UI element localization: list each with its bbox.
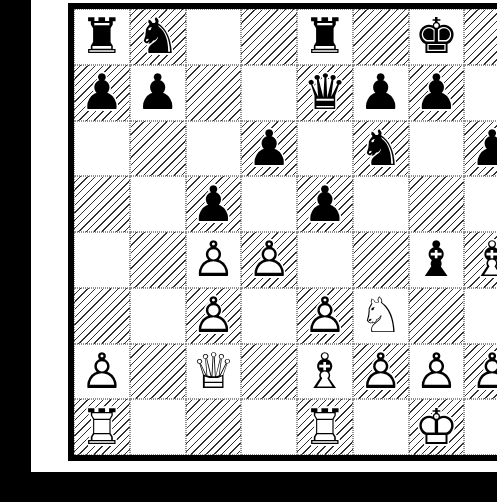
black-rook: ♜♜: [74, 9, 130, 65]
square-h8[interactable]: [464, 9, 497, 65]
black-pawn: ♟♟: [186, 176, 242, 232]
square-a6[interactable]: [74, 121, 130, 177]
square-h1[interactable]: [464, 399, 497, 455]
black-pawn: ♟♟: [74, 65, 130, 121]
square-h7[interactable]: [464, 65, 497, 121]
square-f6[interactable]: ♞♞: [353, 121, 409, 177]
square-d5[interactable]: [241, 176, 297, 232]
square-c6[interactable]: [186, 121, 242, 177]
square-d7[interactable]: [241, 65, 297, 121]
white-pawn: ♟♙: [241, 232, 297, 288]
white-bishop: ♝♗: [297, 344, 353, 400]
square-a7[interactable]: ♟♟: [74, 65, 130, 121]
black-pawn: ♟♟: [464, 121, 497, 177]
chess-board: ♜♜♞♞♜♜♚♚♟♟♟♟♛♛♟♟♟♟♟♟♞♞♟♟♟♟♟♟♟♙♟♙♝♝♝♗♟♙♟♙…: [74, 9, 497, 455]
square-c2[interactable]: ♛♕: [186, 344, 242, 400]
black-queen: ♛♛: [297, 65, 353, 121]
white-queen: ♛♕: [186, 344, 242, 400]
white-pawn: ♟♙: [74, 344, 130, 400]
black-king: ♚♚: [409, 9, 465, 65]
square-e2[interactable]: ♝♗: [297, 344, 353, 400]
square-b6[interactable]: [130, 121, 186, 177]
black-pawn: ♟♟: [130, 65, 186, 121]
square-e7[interactable]: ♛♛: [297, 65, 353, 121]
white-pawn: ♟♙: [186, 232, 242, 288]
white-bishop: ♝♗: [464, 232, 497, 288]
square-a8[interactable]: ♜♜: [74, 9, 130, 65]
black-pawn: ♟♟: [409, 65, 465, 121]
square-d1[interactable]: [241, 399, 297, 455]
square-h2[interactable]: ♟♙: [464, 344, 497, 400]
square-h6[interactable]: ♟♟: [464, 121, 497, 177]
square-e8[interactable]: ♜♜: [297, 9, 353, 65]
white-knight: ♞♘: [353, 288, 409, 344]
square-b7[interactable]: ♟♟: [130, 65, 186, 121]
board-sheet: ♜♜♞♞♜♜♚♚♟♟♟♟♛♛♟♟♟♟♟♟♞♞♟♟♟♟♟♟♟♙♟♙♝♝♝♗♟♙♟♙…: [31, 0, 497, 472]
square-f4[interactable]: [353, 232, 409, 288]
square-g8[interactable]: ♚♚: [409, 9, 465, 65]
square-b8[interactable]: ♞♞: [130, 9, 186, 65]
square-c3[interactable]: ♟♙: [186, 288, 242, 344]
black-pawn: ♟♟: [241, 121, 297, 177]
square-d4[interactable]: ♟♙: [241, 232, 297, 288]
white-pawn: ♟♙: [353, 344, 409, 400]
square-c1[interactable]: [186, 399, 242, 455]
square-c8[interactable]: [186, 9, 242, 65]
square-a2[interactable]: ♟♙: [74, 344, 130, 400]
square-a5[interactable]: [74, 176, 130, 232]
white-pawn: ♟♙: [409, 344, 465, 400]
square-g6[interactable]: [409, 121, 465, 177]
square-f2[interactable]: ♟♙: [353, 344, 409, 400]
black-bishop: ♝♝: [409, 232, 465, 288]
black-pawn: ♟♟: [353, 65, 409, 121]
white-pawn: ♟♙: [297, 288, 353, 344]
square-f8[interactable]: [353, 9, 409, 65]
square-f7[interactable]: ♟♟: [353, 65, 409, 121]
square-a3[interactable]: [74, 288, 130, 344]
square-b4[interactable]: [130, 232, 186, 288]
square-h3[interactable]: [464, 288, 497, 344]
square-e5[interactable]: ♟♟: [297, 176, 353, 232]
diagram-background: { "game": "chess", "diagram_kind": "prin…: [0, 0, 497, 502]
square-e4[interactable]: [297, 232, 353, 288]
square-h4[interactable]: ♝♗: [464, 232, 497, 288]
square-c7[interactable]: [186, 65, 242, 121]
square-h5[interactable]: [464, 176, 497, 232]
white-pawn: ♟♙: [186, 288, 242, 344]
white-rook: ♜♖: [297, 399, 353, 455]
square-e1[interactable]: ♜♖: [297, 399, 353, 455]
square-e3[interactable]: ♟♙: [297, 288, 353, 344]
black-knight: ♞♞: [130, 9, 186, 65]
black-knight: ♞♞: [353, 121, 409, 177]
square-d2[interactable]: [241, 344, 297, 400]
square-g3[interactable]: [409, 288, 465, 344]
black-pawn: ♟♟: [297, 176, 353, 232]
square-b1[interactable]: [130, 399, 186, 455]
white-rook: ♜♖: [74, 399, 130, 455]
square-g4[interactable]: ♝♝: [409, 232, 465, 288]
square-f5[interactable]: [353, 176, 409, 232]
square-g2[interactable]: ♟♙: [409, 344, 465, 400]
board-frame: ♜♜♞♞♜♜♚♚♟♟♟♟♛♛♟♟♟♟♟♟♞♞♟♟♟♟♟♟♟♙♟♙♝♝♝♗♟♙♟♙…: [68, 3, 497, 461]
square-a4[interactable]: [74, 232, 130, 288]
square-g7[interactable]: ♟♟: [409, 65, 465, 121]
white-pawn: ♟♙: [464, 344, 497, 400]
black-rook: ♜♜: [297, 9, 353, 65]
square-c4[interactable]: ♟♙: [186, 232, 242, 288]
square-d3[interactable]: [241, 288, 297, 344]
white-king: ♚♔: [409, 399, 465, 455]
square-g5[interactable]: [409, 176, 465, 232]
square-f3[interactable]: ♞♘: [353, 288, 409, 344]
square-d8[interactable]: [241, 9, 297, 65]
square-e6[interactable]: [297, 121, 353, 177]
square-d6[interactable]: ♟♟: [241, 121, 297, 177]
square-b2[interactable]: [130, 344, 186, 400]
square-g1[interactable]: ♚♔: [409, 399, 465, 455]
square-c5[interactable]: ♟♟: [186, 176, 242, 232]
square-b5[interactable]: [130, 176, 186, 232]
square-b3[interactable]: [130, 288, 186, 344]
square-a1[interactable]: ♜♖: [74, 399, 130, 455]
square-f1[interactable]: [353, 399, 409, 455]
